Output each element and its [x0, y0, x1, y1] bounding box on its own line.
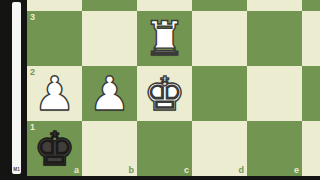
file-label-b: b [129, 165, 135, 175]
square-c4[interactable] [137, 0, 192, 11]
square-b1[interactable]: b [82, 121, 137, 176]
square-a2[interactable]: 2♟ [27, 66, 82, 121]
square-e4[interactable] [247, 0, 302, 11]
square-c3[interactable]: ♜ [137, 11, 192, 66]
square-a3[interactable]: 3 [27, 11, 82, 66]
square-a4[interactable] [27, 0, 82, 11]
chess-app-stage: M1 3♜2♟♟♚1a♚bcde [0, 0, 320, 180]
square-e1[interactable]: e [247, 121, 302, 176]
square-c1[interactable]: c [137, 121, 192, 176]
file-label-c: c [184, 165, 189, 175]
square-e3[interactable] [247, 11, 302, 66]
evaluation-label: M1 [13, 168, 20, 173]
square-f4[interactable] [302, 0, 320, 11]
white-pawn[interactable]: ♟ [82, 66, 137, 121]
square-b4[interactable] [82, 0, 137, 11]
chess-board: 3♜2♟♟♚1a♚bcde [27, 0, 320, 176]
evaluation-bar: M1 [12, 2, 21, 174]
file-label-d: d [239, 165, 245, 175]
black-king[interactable]: ♚ [27, 121, 82, 176]
square-d3[interactable] [192, 11, 247, 66]
square-c2[interactable]: ♚ [137, 66, 192, 121]
square-d1[interactable]: d [192, 121, 247, 176]
square-d2[interactable] [192, 66, 247, 121]
square-f3[interactable] [302, 11, 320, 66]
square-f1[interactable] [302, 121, 320, 176]
square-f2[interactable] [302, 66, 320, 121]
chess-board-grid: 3♜2♟♟♚1a♚bcde [27, 0, 320, 176]
square-e2[interactable] [247, 66, 302, 121]
square-b3[interactable] [82, 11, 137, 66]
rank-label-3: 3 [30, 12, 35, 22]
white-pawn[interactable]: ♟ [27, 66, 82, 121]
square-a1[interactable]: 1a♚ [27, 121, 82, 176]
file-label-e: e [294, 165, 299, 175]
square-d4[interactable] [192, 0, 247, 11]
white-rook[interactable]: ♜ [137, 11, 192, 66]
white-king[interactable]: ♚ [137, 66, 192, 121]
square-b2[interactable]: ♟ [82, 66, 137, 121]
